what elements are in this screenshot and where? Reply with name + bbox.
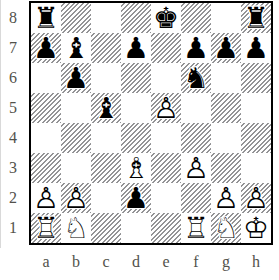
square-g5 [211, 93, 241, 123]
square-f2 [181, 183, 211, 213]
square-a7: ♟ [31, 33, 61, 63]
rank-label-3: 3 [1, 153, 25, 183]
square-b4 [61, 123, 91, 153]
square-g2: ♟♙ [211, 183, 241, 213]
square-c1 [91, 213, 121, 243]
square-e8: ♚ [151, 3, 181, 33]
white-bishop-icon: ♝♗ [121, 153, 151, 183]
black-pawn-icon: ♟ [211, 33, 241, 63]
square-f1: ♜♖ [181, 213, 211, 243]
square-e4 [151, 123, 181, 153]
square-h7: ♟ [241, 33, 271, 63]
square-b1: ♞♘ [61, 213, 91, 243]
square-h4 [241, 123, 271, 153]
square-h5 [241, 93, 271, 123]
square-g1: ♞♘ [211, 213, 241, 243]
square-d1 [121, 213, 151, 243]
square-c8 [91, 3, 121, 33]
square-b6: ♟ [61, 63, 91, 93]
white-knight-icon: ♞♘ [211, 213, 241, 243]
square-e5: ♟♙ [151, 93, 181, 123]
square-f7: ♟ [181, 33, 211, 63]
square-b2: ♟♙ [61, 183, 91, 213]
square-d6 [121, 63, 151, 93]
square-c5: ♝ [91, 93, 121, 123]
white-king-icon: ♚♔ [241, 213, 271, 243]
white-knight-icon: ♞♘ [61, 213, 91, 243]
square-a3 [31, 153, 61, 183]
file-label-c: c [91, 250, 121, 274]
square-e2 [151, 183, 181, 213]
square-a1: ♜♖ [31, 213, 61, 243]
white-pawn-icon: ♟♙ [31, 183, 61, 213]
white-pawn-icon: ♟♙ [61, 183, 91, 213]
file-label-d: d [121, 250, 151, 274]
rank-label-5: 5 [1, 93, 25, 123]
black-pawn-icon: ♟ [181, 33, 211, 63]
black-bishop-icon: ♝ [91, 93, 121, 123]
square-h1: ♚♔ [241, 213, 271, 243]
chess-diagram: 87654321 ♜♚♜♟♝♟♟♟♟♟♞♝♟♙♝♗♟♙♟♙♟♙♟♟♙♟♙♜♖♞♘… [0, 0, 279, 280]
square-g4 [211, 123, 241, 153]
square-e3 [151, 153, 181, 183]
rank-label-4: 4 [1, 123, 25, 153]
file-label-a: a [31, 250, 61, 274]
black-rook-icon: ♜ [241, 3, 271, 33]
white-pawn-icon: ♟♙ [181, 153, 211, 183]
black-bishop-icon: ♝ [61, 33, 91, 63]
black-pawn-icon: ♟ [121, 33, 151, 63]
square-b8 [61, 3, 91, 33]
white-rook-icon: ♜♖ [31, 213, 61, 243]
rank-label-8: 8 [1, 3, 25, 33]
square-e1 [151, 213, 181, 243]
square-c7 [91, 33, 121, 63]
square-f4 [181, 123, 211, 153]
square-a8: ♜ [31, 3, 61, 33]
square-a6 [31, 63, 61, 93]
square-d5 [121, 93, 151, 123]
square-e7 [151, 33, 181, 63]
square-d8 [121, 3, 151, 33]
square-d3: ♝♗ [121, 153, 151, 183]
square-h8: ♜ [241, 3, 271, 33]
square-a4 [31, 123, 61, 153]
black-pawn-icon: ♟ [241, 33, 271, 63]
black-knight-icon: ♞ [181, 63, 211, 93]
square-f3: ♟♙ [181, 153, 211, 183]
chess-board: ♜♚♜♟♝♟♟♟♟♟♞♝♟♙♝♗♟♙♟♙♟♙♟♟♙♟♙♜♖♞♘♜♖♞♘♚♔ [29, 1, 273, 245]
square-d2: ♟ [121, 183, 151, 213]
file-label-h: h [241, 250, 271, 274]
square-h2: ♟♙ [241, 183, 271, 213]
white-pawn-icon: ♟♙ [241, 183, 271, 213]
square-d7: ♟ [121, 33, 151, 63]
square-h6 [241, 63, 271, 93]
square-g7: ♟ [211, 33, 241, 63]
file-label-e: e [151, 250, 181, 274]
black-pawn-icon: ♟ [31, 33, 61, 63]
square-b7: ♝ [61, 33, 91, 63]
square-a2: ♟♙ [31, 183, 61, 213]
square-f8 [181, 3, 211, 33]
square-e6 [151, 63, 181, 93]
square-f5 [181, 93, 211, 123]
square-g3 [211, 153, 241, 183]
square-b3 [61, 153, 91, 183]
rank-label-7: 7 [1, 33, 25, 63]
square-d4 [121, 123, 151, 153]
white-pawn-icon: ♟♙ [211, 183, 241, 213]
square-c3 [91, 153, 121, 183]
file-label-f: f [181, 250, 211, 274]
white-pawn-icon: ♟♙ [151, 93, 181, 123]
file-label-g: g [211, 250, 241, 274]
black-pawn-icon: ♟ [61, 63, 91, 93]
square-g8 [211, 3, 241, 33]
square-b5 [61, 93, 91, 123]
rank-label-1: 1 [1, 213, 25, 243]
square-c4 [91, 123, 121, 153]
square-c2 [91, 183, 121, 213]
rank-label-6: 6 [1, 63, 25, 93]
black-king-icon: ♚ [151, 3, 181, 33]
white-rook-icon: ♜♖ [181, 213, 211, 243]
black-pawn-icon: ♟ [121, 183, 151, 213]
file-label-b: b [61, 250, 91, 274]
rank-label-2: 2 [1, 183, 25, 213]
square-g6 [211, 63, 241, 93]
black-rook-icon: ♜ [31, 3, 61, 33]
square-h3 [241, 153, 271, 183]
square-a5 [31, 93, 61, 123]
square-c6 [91, 63, 121, 93]
square-f6: ♞ [181, 63, 211, 93]
